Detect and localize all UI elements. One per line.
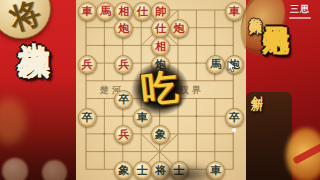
- channel-logo-subtext-bar: [289, 17, 311, 19]
- piece-red-帥[interactable]: 帥: [151, 2, 170, 21]
- piece-red-馬[interactable]: 馬: [96, 2, 115, 21]
- piece-red-相[interactable]: 相: [114, 2, 133, 21]
- video-thumbnail: 将 大神象棋 楚河 汉界 車馬相仕帥車炮仕炮相兵兵炮馬炮卒卒車卒兵象象士将士車 …: [0, 0, 320, 180]
- piece-black-卒[interactable]: 卒: [78, 108, 97, 127]
- piece-red-仕[interactable]: 仕: [133, 2, 152, 21]
- piece-black-馬[interactable]: 馬: [206, 55, 225, 74]
- piece-red-兵[interactable]: 兵: [114, 55, 133, 74]
- channel-logo-text: 三思: [289, 3, 311, 16]
- piece-red-兵[interactable]: 兵: [78, 55, 97, 74]
- left-title-vertical: 大神象棋: [15, 16, 53, 166]
- badge-master-vertical: 象棋大师: [248, 6, 262, 80]
- piece-black-卒[interactable]: 卒: [225, 108, 244, 127]
- right-banner: 象棋大师 创新 中炮对屏风马: [246, 0, 320, 180]
- piece-red-炮[interactable]: 炮: [170, 19, 189, 38]
- left-banner: 将 大神象棋: [0, 0, 76, 180]
- main-title-vertical: 中炮对屏风马: [262, 6, 291, 180]
- piece-red-車[interactable]: 車: [78, 2, 97, 21]
- piece-black-象[interactable]: 象: [114, 161, 133, 180]
- highlight-dot: [232, 128, 236, 132]
- bottom-shadow: [148, 164, 220, 180]
- piece-red-相[interactable]: 相: [151, 37, 170, 56]
- channel-logo: 三思: [289, 3, 311, 19]
- piece-red-車[interactable]: 車: [225, 2, 244, 21]
- mouse-cursor-icon: [227, 61, 237, 73]
- capture-caption-text: 吃: [139, 62, 181, 116]
- xiangqi-board[interactable]: 楚河 汉界 車馬相仕帥車炮仕炮相兵兵炮馬炮卒卒車卒兵象象士将士車 吃: [76, 0, 246, 180]
